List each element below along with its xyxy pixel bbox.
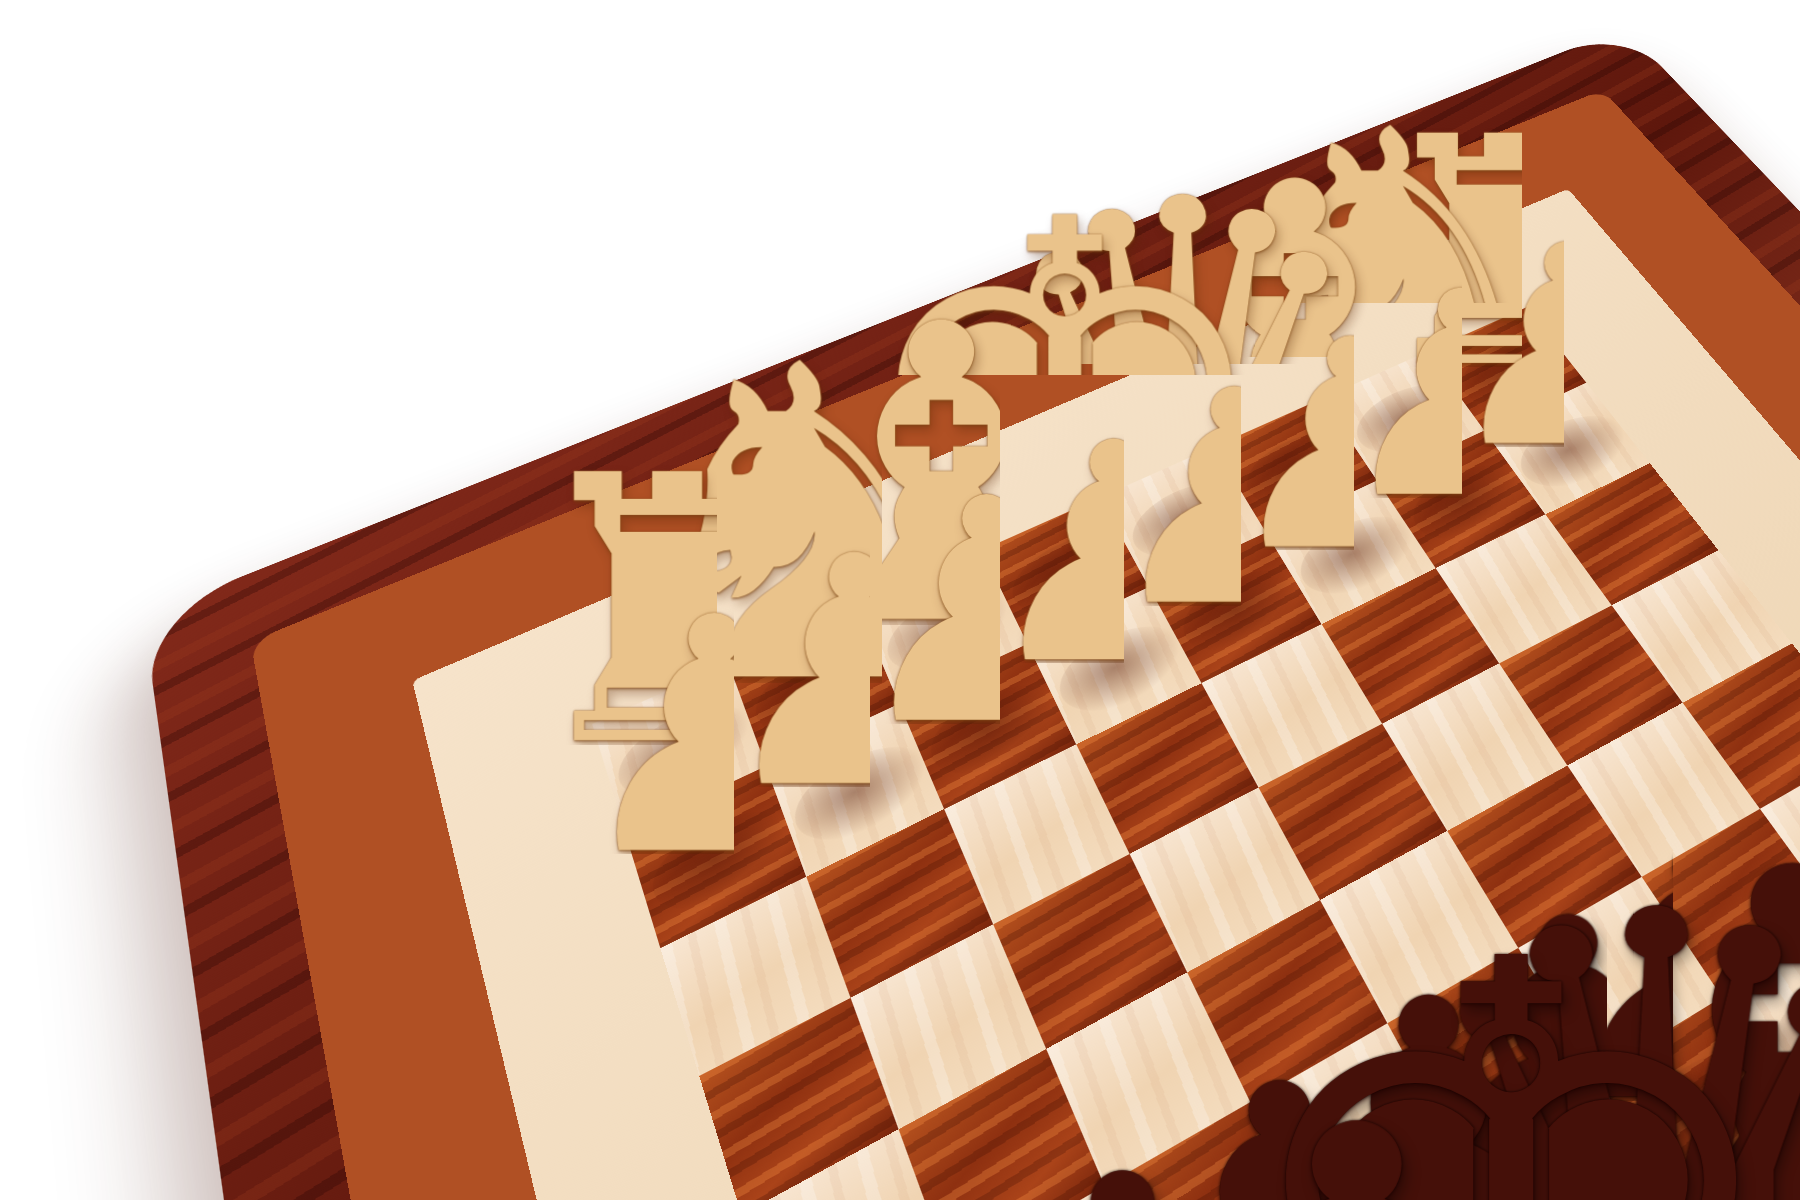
black-knight: ♞ xyxy=(750,1133,1638,1200)
squares-grid: ♜♞♝♚♛♝♞♜♟♟♟♟♟♟♟♟♟♟♟♟♟♟♟♟♜♞♝♚♛♝♞♜ xyxy=(592,307,1800,1200)
board-inner-line: ♜♞♝♚♛♝♞♜♟♟♟♟♟♟♟♟♟♟♟♟♟♟♟♟♜♞♝♚♛♝♞♜ xyxy=(412,189,1800,1200)
white-pawn: ♟ xyxy=(370,575,1058,900)
photo-background: ♜♞♝♚♛♝♞♜♟♟♟♟♟♟♟♟♟♟♟♟♟♟♟♟♜♞♝♚♛♝♞♜ xyxy=(0,0,1800,1200)
board-inner-frame: ♜♞♝♚♛♝♞♜♟♟♟♟♟♟♟♟♟♟♟♟♟♟♟♟♜♞♝♚♛♝♞♜ xyxy=(251,90,1800,1200)
square-h2: ♟ xyxy=(625,766,806,948)
chessboard: ♜♞♝♚♛♝♞♜♟♟♟♟♟♟♟♟♟♟♟♟♟♟♟♟♜♞♝♚♛♝♞♜ xyxy=(143,28,1800,1200)
